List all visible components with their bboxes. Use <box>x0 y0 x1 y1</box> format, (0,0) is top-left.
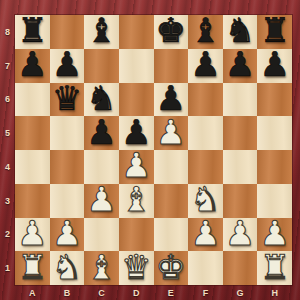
square-g5[interactable] <box>223 116 258 150</box>
rank-label-1: 1 <box>0 251 15 285</box>
square-e4[interactable] <box>154 150 189 184</box>
file-label-g: G <box>223 285 258 300</box>
piece-white-knight-b1: ♞ <box>52 250 82 284</box>
piece-black-rook-a8: ♜ <box>17 13 47 47</box>
square-c1[interactable]: ♝ <box>84 251 119 285</box>
square-h4[interactable] <box>257 150 292 184</box>
piece-black-pawn-g7: ♟ <box>225 47 255 81</box>
rank-label-8: 8 <box>0 15 15 49</box>
piece-white-pawn-c3: ♟ <box>86 182 116 216</box>
square-h6[interactable] <box>257 83 292 117</box>
square-a4[interactable] <box>15 150 50 184</box>
square-e1[interactable]: ♚ <box>154 251 189 285</box>
rank-label-6: 6 <box>0 83 15 117</box>
piece-white-pawn-e5: ♟ <box>156 115 186 149</box>
piece-black-king-e8: ♚ <box>156 13 186 47</box>
square-g6[interactable] <box>223 83 258 117</box>
piece-black-knight-g8: ♞ <box>225 13 255 47</box>
square-a5[interactable] <box>15 116 50 150</box>
square-f2[interactable]: ♟ <box>188 218 223 252</box>
square-e3[interactable] <box>154 184 189 218</box>
square-d8[interactable] <box>119 15 154 49</box>
chessboard: ♜♝♚♝♞♜♟♟♟♟♟♛♞♟♟♟♟♟♟♝♞♟♟♟♟♟♜♞♝♛♚♜ <box>15 15 292 285</box>
piece-white-rook-a1: ♜ <box>17 250 47 284</box>
rank-label-7: 7 <box>0 49 15 83</box>
square-g2[interactable]: ♟ <box>223 218 258 252</box>
piece-black-pawn-e6: ♟ <box>156 81 186 115</box>
rank-label-2: 2 <box>0 218 15 252</box>
file-label-d: D <box>119 285 154 300</box>
square-d7[interactable] <box>119 49 154 83</box>
piece-white-pawn-h2: ♟ <box>259 216 289 250</box>
file-label-c: C <box>84 285 119 300</box>
square-f6[interactable] <box>188 83 223 117</box>
square-c5[interactable]: ♟ <box>84 116 119 150</box>
square-b6[interactable]: ♛ <box>50 83 85 117</box>
square-a6[interactable] <box>15 83 50 117</box>
piece-black-pawn-c5: ♟ <box>86 115 116 149</box>
file-label-e: E <box>154 285 189 300</box>
piece-white-knight-f3: ♞ <box>190 182 220 216</box>
square-c8[interactable]: ♝ <box>84 15 119 49</box>
square-g4[interactable] <box>223 150 258 184</box>
square-f1[interactable] <box>188 251 223 285</box>
square-e5[interactable]: ♟ <box>154 116 189 150</box>
file-label-f: F <box>188 285 223 300</box>
rank-label-5: 5 <box>0 116 15 150</box>
piece-white-rook-h1: ♜ <box>259 250 289 284</box>
square-b4[interactable] <box>50 150 85 184</box>
piece-black-knight-c6: ♞ <box>86 81 116 115</box>
piece-white-bishop-d3: ♝ <box>121 182 151 216</box>
piece-black-pawn-a7: ♟ <box>17 47 47 81</box>
chessboard-frame: ♜♝♚♝♞♜♟♟♟♟♟♛♞♟♟♟♟♟♟♝♞♟♟♟♟♟♜♞♝♛♚♜ 8765432… <box>0 0 300 300</box>
square-e8[interactable]: ♚ <box>154 15 189 49</box>
rank-label-4: 4 <box>0 150 15 184</box>
square-a7[interactable]: ♟ <box>15 49 50 83</box>
piece-white-pawn-b2: ♟ <box>52 216 82 250</box>
piece-white-pawn-g2: ♟ <box>225 216 255 250</box>
piece-white-pawn-f2: ♟ <box>190 216 220 250</box>
piece-black-pawn-d5: ♟ <box>121 115 151 149</box>
piece-white-bishop-c1: ♝ <box>86 250 116 284</box>
piece-black-bishop-f8: ♝ <box>190 13 220 47</box>
square-g7[interactable]: ♟ <box>223 49 258 83</box>
square-a1[interactable]: ♜ <box>15 251 50 285</box>
piece-white-king-e1: ♚ <box>156 250 186 284</box>
rank-label-3: 3 <box>0 184 15 218</box>
square-g1[interactable] <box>223 251 258 285</box>
piece-white-pawn-a2: ♟ <box>17 216 47 250</box>
piece-black-rook-h8: ♜ <box>259 13 289 47</box>
square-d3[interactable]: ♝ <box>119 184 154 218</box>
file-label-h: H <box>257 285 292 300</box>
piece-black-pawn-f7: ♟ <box>190 47 220 81</box>
square-c3[interactable]: ♟ <box>84 184 119 218</box>
piece-black-queen-b6: ♛ <box>52 81 82 115</box>
square-d1[interactable]: ♛ <box>119 251 154 285</box>
square-f5[interactable] <box>188 116 223 150</box>
piece-black-pawn-b7: ♟ <box>52 47 82 81</box>
piece-black-bishop-c8: ♝ <box>86 13 116 47</box>
piece-black-pawn-h7: ♟ <box>259 47 289 81</box>
piece-white-pawn-d4: ♟ <box>121 148 151 182</box>
file-label-b: B <box>50 285 85 300</box>
file-label-a: A <box>15 285 50 300</box>
square-b5[interactable] <box>50 116 85 150</box>
piece-white-queen-d1: ♛ <box>121 250 151 284</box>
square-h1[interactable]: ♜ <box>257 251 292 285</box>
square-h7[interactable]: ♟ <box>257 49 292 83</box>
square-f7[interactable]: ♟ <box>188 49 223 83</box>
square-h5[interactable] <box>257 116 292 150</box>
square-b1[interactable]: ♞ <box>50 251 85 285</box>
